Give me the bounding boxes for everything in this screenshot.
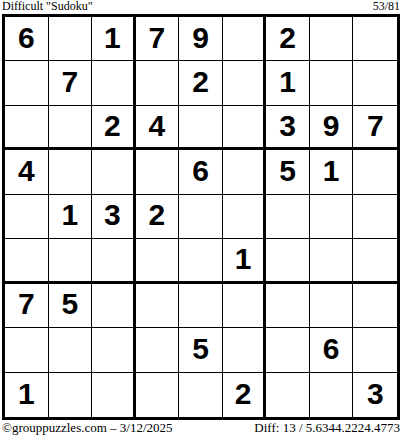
- cell-r7c1: 7: [5, 284, 49, 328]
- cell-r6c2[interactable]: [49, 239, 93, 283]
- cell-r7c6[interactable]: [223, 284, 267, 328]
- cell-r4c8: 1: [310, 150, 354, 194]
- sudoku-page: Difficult "Sudoku" 53/81 617927212439746…: [0, 0, 402, 437]
- cell-r2c9[interactable]: [353, 61, 397, 105]
- cell-r9c2[interactable]: [49, 373, 93, 417]
- cell-r1c6[interactable]: [223, 17, 267, 61]
- cell-r2c3[interactable]: [92, 61, 136, 105]
- copyright-text: ©grouppuzzles.com – 3/12/2025: [2, 421, 173, 435]
- cell-r4c3[interactable]: [92, 150, 136, 194]
- cell-r8c4[interactable]: [136, 328, 180, 372]
- cell-r3c8: 9: [310, 106, 354, 150]
- cell-r5c1[interactable]: [5, 195, 49, 239]
- cell-r4c6[interactable]: [223, 150, 267, 194]
- cell-r1c9[interactable]: [353, 17, 397, 61]
- cell-r3c2[interactable]: [49, 106, 93, 150]
- cell-r8c6[interactable]: [223, 328, 267, 372]
- cell-r4c5: 6: [179, 150, 223, 194]
- cell-r7c3[interactable]: [92, 284, 136, 328]
- header: Difficult "Sudoku" 53/81: [2, 0, 400, 14]
- cell-r5c5[interactable]: [179, 195, 223, 239]
- cell-r6c6: 1: [223, 239, 267, 283]
- cell-r8c1[interactable]: [5, 328, 49, 372]
- cell-r4c7: 5: [266, 150, 310, 194]
- cell-r3c6[interactable]: [223, 106, 267, 150]
- cell-r2c2: 7: [49, 61, 93, 105]
- cell-r5c7[interactable]: [266, 195, 310, 239]
- difficulty-text: Diff: 13 / 5.6344.2224.4773: [254, 421, 400, 435]
- cell-r7c2: 5: [49, 284, 93, 328]
- puzzle-title: Difficult "Sudoku": [2, 0, 93, 13]
- cell-r8c5: 5: [179, 328, 223, 372]
- cell-r2c5: 2: [179, 61, 223, 105]
- cell-r6c5[interactable]: [179, 239, 223, 283]
- cell-r9c3[interactable]: [92, 373, 136, 417]
- cell-r2c6[interactable]: [223, 61, 267, 105]
- cell-r1c7: 2: [266, 17, 310, 61]
- cell-r7c7[interactable]: [266, 284, 310, 328]
- cell-r6c7[interactable]: [266, 239, 310, 283]
- cell-r1c1: 6: [5, 17, 49, 61]
- cell-r9c5[interactable]: [179, 373, 223, 417]
- cell-r6c4[interactable]: [136, 239, 180, 283]
- cell-r4c4[interactable]: [136, 150, 180, 194]
- cell-r8c8: 6: [310, 328, 354, 372]
- cell-r4c1: 4: [5, 150, 49, 194]
- footer: ©grouppuzzles.com – 3/12/2025 Diff: 13 /…: [2, 421, 400, 435]
- cell-r5c4: 2: [136, 195, 180, 239]
- cell-r7c9[interactable]: [353, 284, 397, 328]
- cell-r2c7: 1: [266, 61, 310, 105]
- cell-r9c8[interactable]: [310, 373, 354, 417]
- cell-r5c9[interactable]: [353, 195, 397, 239]
- cell-r1c4: 7: [136, 17, 180, 61]
- cell-r8c9[interactable]: [353, 328, 397, 372]
- cell-r5c8[interactable]: [310, 195, 354, 239]
- cell-r1c8[interactable]: [310, 17, 354, 61]
- cell-r3c9: 7: [353, 106, 397, 150]
- cell-r9c4[interactable]: [136, 373, 180, 417]
- cell-r1c2[interactable]: [49, 17, 93, 61]
- cell-r2c1[interactable]: [5, 61, 49, 105]
- cell-r8c2[interactable]: [49, 328, 93, 372]
- cell-r1c3: 1: [92, 17, 136, 61]
- cell-r3c3: 2: [92, 106, 136, 150]
- cell-r9c6: 2: [223, 373, 267, 417]
- cell-r4c2[interactable]: [49, 150, 93, 194]
- cell-r2c8[interactable]: [310, 61, 354, 105]
- cell-r2c4[interactable]: [136, 61, 180, 105]
- cell-r6c9[interactable]: [353, 239, 397, 283]
- cell-r3c4: 4: [136, 106, 180, 150]
- cell-r8c3[interactable]: [92, 328, 136, 372]
- cell-r4c9[interactable]: [353, 150, 397, 194]
- cell-r7c8[interactable]: [310, 284, 354, 328]
- cell-r3c5[interactable]: [179, 106, 223, 150]
- cell-r3c7: 3: [266, 106, 310, 150]
- cell-r8c7[interactable]: [266, 328, 310, 372]
- cell-r3c1[interactable]: [5, 106, 49, 150]
- cell-r9c7[interactable]: [266, 373, 310, 417]
- cell-r9c9: 3: [353, 373, 397, 417]
- cell-r6c8[interactable]: [310, 239, 354, 283]
- empty-cells-counter: 53/81: [373, 0, 400, 13]
- cell-r5c3: 3: [92, 195, 136, 239]
- cell-r5c2: 1: [49, 195, 93, 239]
- cell-r5c6[interactable]: [223, 195, 267, 239]
- cell-r7c5[interactable]: [179, 284, 223, 328]
- cell-r6c3[interactable]: [92, 239, 136, 283]
- sudoku-board: 6179272124397465113217556123: [2, 14, 400, 420]
- cell-r1c5: 9: [179, 17, 223, 61]
- cell-r6c1[interactable]: [5, 239, 49, 283]
- cell-r9c1: 1: [5, 373, 49, 417]
- cell-r7c4[interactable]: [136, 284, 180, 328]
